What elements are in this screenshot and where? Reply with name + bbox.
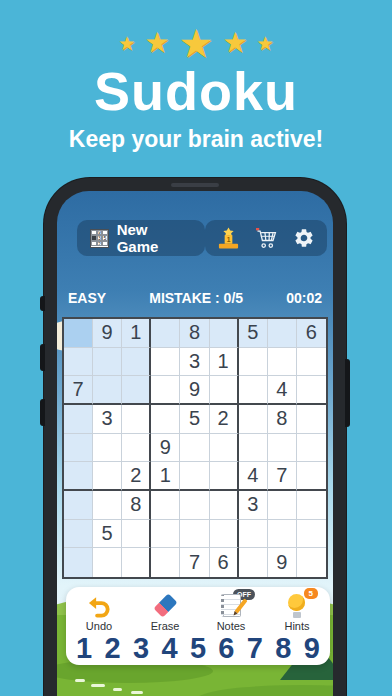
cell-r4c2[interactable]: 3 bbox=[93, 405, 122, 434]
numpad-5[interactable]: 5 bbox=[190, 633, 206, 665]
sudoku-board: 9185631794352892147835769 bbox=[62, 317, 328, 579]
cell-r2c3[interactable] bbox=[122, 348, 151, 377]
numpad-8[interactable]: 8 bbox=[275, 633, 291, 665]
cell-r8c9[interactable] bbox=[297, 520, 326, 549]
cell-r3c2[interactable] bbox=[93, 376, 122, 405]
cell-r8c5[interactable] bbox=[180, 520, 209, 549]
settings-gear-icon[interactable] bbox=[293, 227, 315, 249]
cell-r2c2[interactable] bbox=[93, 348, 122, 377]
star-icon: ★ bbox=[144, 29, 169, 57]
grass-speckle bbox=[131, 691, 143, 694]
cell-r5c6[interactable] bbox=[210, 434, 239, 463]
undo-label: Undo bbox=[86, 620, 112, 632]
timer: 00:02 bbox=[286, 290, 322, 306]
cell-r1c7[interactable]: 5 bbox=[239, 319, 268, 348]
game-header: 9352 New Game 1 bbox=[77, 220, 327, 256]
cell-r8c8[interactable] bbox=[268, 520, 297, 549]
cell-r5c7[interactable] bbox=[239, 434, 268, 463]
cell-r9c1[interactable] bbox=[64, 548, 93, 577]
cell-r9c9[interactable] bbox=[297, 548, 326, 577]
cell-r6c5[interactable] bbox=[180, 462, 209, 491]
numpad-4[interactable]: 4 bbox=[161, 633, 177, 665]
cell-r3c6[interactable] bbox=[210, 376, 239, 405]
hints-label: Hints bbox=[284, 620, 309, 632]
cell-r4c8[interactable]: 8 bbox=[268, 405, 297, 434]
new-game-button[interactable]: 9352 New Game bbox=[77, 220, 205, 256]
cell-r1c8[interactable] bbox=[268, 319, 297, 348]
cell-r5c5[interactable] bbox=[180, 434, 209, 463]
tool-panel: Undo Erase OFF Notes 5 bbox=[66, 587, 330, 665]
eraser-icon bbox=[155, 593, 176, 618]
star-icon: ★ bbox=[118, 34, 135, 53]
notes-icon bbox=[221, 593, 241, 618]
undo-button[interactable]: Undo bbox=[70, 593, 128, 632]
cell-r7c7[interactable]: 3 bbox=[239, 491, 268, 520]
cell-r3c7[interactable] bbox=[239, 376, 268, 405]
app-title: Sudoku bbox=[0, 60, 392, 122]
cell-r9c7[interactable] bbox=[239, 548, 268, 577]
star-icon: ★ bbox=[179, 24, 214, 63]
rating-stars: ★★★★★ bbox=[0, 22, 392, 64]
cell-r9c5[interactable]: 7 bbox=[180, 548, 209, 577]
cell-r9c8[interactable]: 9 bbox=[268, 548, 297, 577]
cell-r4c5[interactable]: 5 bbox=[180, 405, 209, 434]
star-icon: ★ bbox=[257, 34, 274, 53]
cell-r6c8[interactable]: 7 bbox=[268, 462, 297, 491]
cell-r1c2[interactable]: 9 bbox=[93, 319, 122, 348]
cell-r7c4[interactable] bbox=[151, 491, 180, 520]
cell-r5c1[interactable] bbox=[64, 434, 93, 463]
cell-r2c7[interactable] bbox=[239, 348, 268, 377]
cell-r1c4[interactable] bbox=[151, 319, 180, 348]
mistake-counter: MISTAKE : 0/5 bbox=[149, 290, 243, 306]
cell-r1c3[interactable]: 1 bbox=[122, 319, 151, 348]
new-game-label: New Game bbox=[117, 221, 192, 255]
numpad-6[interactable]: 6 bbox=[218, 633, 234, 665]
phone-screen: 9352 New Game 1 bbox=[57, 191, 333, 696]
cell-r2c8[interactable] bbox=[268, 348, 297, 377]
cell-r3c5[interactable]: 9 bbox=[180, 376, 209, 405]
numpad-9[interactable]: 9 bbox=[304, 633, 320, 665]
cell-r7c3[interactable]: 8 bbox=[122, 491, 151, 520]
cell-r8c3[interactable] bbox=[122, 520, 151, 549]
cell-r2c6[interactable]: 1 bbox=[210, 348, 239, 377]
numpad-7[interactable]: 7 bbox=[247, 633, 263, 665]
cell-r6c3[interactable]: 2 bbox=[122, 462, 151, 491]
cell-r7c1[interactable] bbox=[64, 491, 93, 520]
cell-r3c3[interactable] bbox=[122, 376, 151, 405]
grass-speckle bbox=[75, 679, 85, 682]
status-bar: EASY MISTAKE : 0/5 00:02 bbox=[68, 290, 322, 306]
header-icon-group: 1 bbox=[205, 220, 327, 256]
sudoku-grid-icon: 9352 bbox=[90, 229, 109, 248]
cell-r4c4[interactable] bbox=[151, 405, 180, 434]
cell-r7c9[interactable] bbox=[297, 491, 326, 520]
cell-r6c7[interactable]: 4 bbox=[239, 462, 268, 491]
cell-r1c6[interactable] bbox=[210, 319, 239, 348]
earpiece-speaker bbox=[171, 183, 219, 187]
cell-r2c5[interactable]: 3 bbox=[180, 348, 209, 377]
cell-r9c3[interactable] bbox=[122, 548, 151, 577]
cell-r4c9[interactable] bbox=[297, 405, 326, 434]
svg-text:1: 1 bbox=[227, 236, 231, 243]
volume-down-button bbox=[40, 399, 45, 426]
cell-r1c1[interactable] bbox=[64, 319, 93, 348]
mini-grid-cell bbox=[102, 241, 108, 247]
cell-r6c1[interactable] bbox=[64, 462, 93, 491]
cell-r5c8[interactable] bbox=[268, 434, 297, 463]
cell-r8c4[interactable] bbox=[151, 520, 180, 549]
cell-r8c2[interactable]: 5 bbox=[93, 520, 122, 549]
numpad-3[interactable]: 3 bbox=[133, 633, 149, 665]
cell-r4c7[interactable] bbox=[239, 405, 268, 434]
toolbar: Undo Erase OFF Notes 5 bbox=[66, 587, 330, 632]
app-store-screenshot: ★★★★★ Sudoku Keep your brain active! 93 bbox=[0, 0, 392, 696]
cell-r4c1[interactable] bbox=[64, 405, 93, 434]
erase-button[interactable]: Erase bbox=[136, 593, 194, 632]
number-pad: 123456789 bbox=[66, 632, 330, 665]
difficulty-label: EASY bbox=[68, 290, 106, 306]
phone-mockup: 9352 New Game 1 bbox=[44, 178, 346, 696]
numpad-2[interactable]: 2 bbox=[104, 633, 120, 665]
cell-r5c3[interactable] bbox=[122, 434, 151, 463]
cell-r6c4[interactable]: 1 bbox=[151, 462, 180, 491]
cell-r7c8[interactable] bbox=[268, 491, 297, 520]
hints-button[interactable]: 5 Hints bbox=[268, 593, 326, 632]
erase-label: Erase bbox=[151, 620, 180, 632]
cell-r8c6[interactable] bbox=[210, 520, 239, 549]
notes-label: Notes bbox=[217, 620, 246, 632]
cell-r2c9[interactable] bbox=[297, 348, 326, 377]
cell-r7c6[interactable] bbox=[210, 491, 239, 520]
cell-r3c8[interactable]: 4 bbox=[268, 376, 297, 405]
notes-button[interactable]: OFF Notes bbox=[202, 593, 260, 632]
undo-icon bbox=[87, 593, 112, 618]
power-button bbox=[345, 359, 350, 427]
mute-switch bbox=[40, 296, 45, 311]
cell-r5c2[interactable] bbox=[93, 434, 122, 463]
cell-r2c4[interactable] bbox=[151, 348, 180, 377]
app-tagline: Keep your brain active! bbox=[0, 126, 392, 153]
cell-r6c6[interactable] bbox=[210, 462, 239, 491]
cell-r3c1[interactable]: 7 bbox=[64, 376, 93, 405]
cell-r1c5[interactable]: 8 bbox=[180, 319, 209, 348]
grass-speckle bbox=[91, 684, 105, 687]
cell-r4c6[interactable]: 2 bbox=[210, 405, 239, 434]
cell-r3c4[interactable] bbox=[151, 376, 180, 405]
cell-r8c1[interactable] bbox=[64, 520, 93, 549]
cell-r3c9[interactable] bbox=[297, 376, 326, 405]
cell-r6c9[interactable] bbox=[297, 462, 326, 491]
cell-r2c1[interactable] bbox=[64, 348, 93, 377]
cell-r9c6[interactable]: 6 bbox=[210, 548, 239, 577]
cell-r4c3[interactable] bbox=[122, 405, 151, 434]
cell-r6c2[interactable] bbox=[93, 462, 122, 491]
leaderboard-icon[interactable]: 1 bbox=[217, 227, 240, 249]
cell-r5c4[interactable]: 9 bbox=[151, 434, 180, 463]
hint-bulb-icon bbox=[288, 593, 306, 618]
star-icon: ★ bbox=[222, 29, 247, 57]
cell-r9c2[interactable] bbox=[93, 548, 122, 577]
cell-r9c4[interactable] bbox=[151, 548, 180, 577]
cell-r5c9[interactable] bbox=[297, 434, 326, 463]
grass-speckle bbox=[113, 688, 122, 691]
shop-cart-icon[interactable] bbox=[255, 227, 278, 249]
numpad-1[interactable]: 1 bbox=[76, 633, 92, 665]
volume-up-button bbox=[40, 344, 45, 371]
cell-r1c9[interactable]: 6 bbox=[297, 319, 326, 348]
cell-r8c7[interactable] bbox=[239, 520, 268, 549]
cell-r7c5[interactable] bbox=[180, 491, 209, 520]
cell-r7c2[interactable] bbox=[93, 491, 122, 520]
